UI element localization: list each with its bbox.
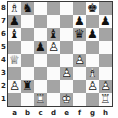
- rank-labels: 87654321: [0, 2, 7, 106]
- white-rook-icon: ♖: [34, 93, 47, 106]
- piece-black-bishop[interactable]: ♝: [8, 28, 21, 41]
- piece-white-pawn[interactable]: ♟♙: [47, 41, 60, 54]
- rank-label-2: 2: [0, 80, 7, 93]
- file-label-f: f: [73, 109, 86, 118]
- square-a1[interactable]: [8, 93, 21, 106]
- square-c7[interactable]: [34, 15, 47, 28]
- piece-white-queen[interactable]: ♛♕: [8, 54, 21, 67]
- file-label-h: h: [99, 109, 112, 118]
- square-a6[interactable]: ♝: [8, 28, 21, 41]
- square-d8[interactable]: [47, 2, 60, 15]
- square-b4[interactable]: [21, 54, 34, 67]
- square-a2[interactable]: ♟♙: [8, 80, 21, 93]
- file-label-g: g: [86, 109, 99, 118]
- piece-white-rook[interactable]: ♜♖: [99, 93, 112, 106]
- square-h4[interactable]: [99, 54, 112, 67]
- file-labels: abcdefgh: [8, 109, 112, 118]
- file-label-b: b: [21, 109, 34, 118]
- piece-black-pawn[interactable]: ♟: [34, 41, 47, 54]
- white-rook-icon: ♖: [99, 93, 112, 106]
- rank-label-6: 6: [0, 28, 7, 41]
- white-queen-icon: ♕: [8, 54, 21, 67]
- piece-black-rook[interactable]: ♜: [21, 80, 34, 93]
- square-b2[interactable]: ♜: [21, 80, 34, 93]
- square-f2[interactable]: [73, 80, 86, 93]
- square-g1[interactable]: [86, 93, 99, 106]
- white-pawn-icon: ♙: [47, 41, 60, 54]
- file-label-e: e: [60, 109, 73, 118]
- rank-label-3: 3: [0, 67, 7, 80]
- square-e1[interactable]: ♚♔: [60, 93, 73, 106]
- square-c1[interactable]: ♜♖: [34, 93, 47, 106]
- rank-label-7: 7: [0, 15, 7, 28]
- white-pawn-icon: ♙: [73, 54, 86, 67]
- square-h6[interactable]: [99, 28, 112, 41]
- square-b6[interactable]: [21, 28, 34, 41]
- piece-white-pawn[interactable]: ♟♙: [73, 54, 86, 67]
- piece-white-pawn[interactable]: ♟♙: [8, 80, 21, 93]
- piece-black-pawn[interactable]: ♟: [99, 15, 112, 28]
- square-f4[interactable]: ♟♙: [73, 54, 86, 67]
- file-label-a: a: [8, 109, 21, 118]
- square-e6[interactable]: [60, 28, 73, 41]
- rank-label-4: 4: [0, 54, 7, 67]
- rank-label-1: 1: [0, 93, 7, 106]
- square-e7[interactable]: [60, 15, 73, 28]
- chess-diagram: 87654321 ♝♗♞♚♟♟♟♝♝♛♟♟♟♙♛♕♟♙♟♙♝♗♟♙♜♟♙♟♙♜♖…: [0, 0, 118, 118]
- white-pawn-icon: ♙: [8, 80, 21, 93]
- square-c3[interactable]: [34, 67, 47, 80]
- piece-white-pawn[interactable]: ♟♙: [86, 80, 99, 93]
- square-e5[interactable]: [60, 41, 73, 54]
- square-h7[interactable]: ♟: [99, 15, 112, 28]
- square-d2[interactable]: [47, 80, 60, 93]
- square-d1[interactable]: [47, 93, 60, 106]
- square-a4[interactable]: ♛♕: [8, 54, 21, 67]
- piece-black-pawn[interactable]: ♟: [86, 28, 99, 41]
- rank-label-5: 5: [0, 41, 7, 54]
- square-f3[interactable]: [73, 67, 86, 80]
- piece-black-queen[interactable]: ♛: [73, 28, 86, 41]
- white-pawn-icon: ♙: [86, 80, 99, 93]
- square-c8[interactable]: [34, 2, 47, 15]
- chess-board: ♝♗♞♚♟♟♟♝♝♛♟♟♟♙♛♕♟♙♟♙♝♗♟♙♜♟♙♟♙♜♖♚♔♜♖: [7, 1, 113, 107]
- square-b1[interactable]: [21, 93, 34, 106]
- piece-black-king[interactable]: ♚: [86, 2, 99, 15]
- square-d5[interactable]: ♟♙: [47, 41, 60, 54]
- square-e3[interactable]: ♟♙: [60, 67, 73, 80]
- file-label-d: d: [47, 109, 60, 118]
- square-f1[interactable]: [73, 93, 86, 106]
- square-d3[interactable]: [47, 67, 60, 80]
- square-b5[interactable]: [21, 41, 34, 54]
- white-king-icon: ♔: [60, 93, 73, 106]
- square-h5[interactable]: [99, 41, 112, 54]
- piece-white-king[interactable]: ♚♔: [60, 93, 73, 106]
- rank-label-8: 8: [0, 2, 7, 15]
- square-e8[interactable]: [60, 2, 73, 15]
- square-g6[interactable]: ♟: [86, 28, 99, 41]
- square-f6[interactable]: ♛: [73, 28, 86, 41]
- square-b8[interactable]: ♞: [21, 2, 34, 15]
- file-label-c: c: [34, 109, 47, 118]
- piece-white-pawn[interactable]: ♟♙: [60, 67, 73, 80]
- square-h1[interactable]: ♜♖: [99, 93, 112, 106]
- square-d4[interactable]: [47, 54, 60, 67]
- square-c5[interactable]: ♟: [34, 41, 47, 54]
- square-g2[interactable]: ♟♙: [86, 80, 99, 93]
- square-g5[interactable]: [86, 41, 99, 54]
- square-b7[interactable]: [21, 15, 34, 28]
- white-pawn-icon: ♙: [60, 67, 73, 80]
- piece-black-knight[interactable]: ♞: [21, 2, 34, 15]
- square-c4[interactable]: [34, 54, 47, 67]
- piece-white-rook[interactable]: ♜♖: [34, 93, 47, 106]
- square-g8[interactable]: ♚: [86, 2, 99, 15]
